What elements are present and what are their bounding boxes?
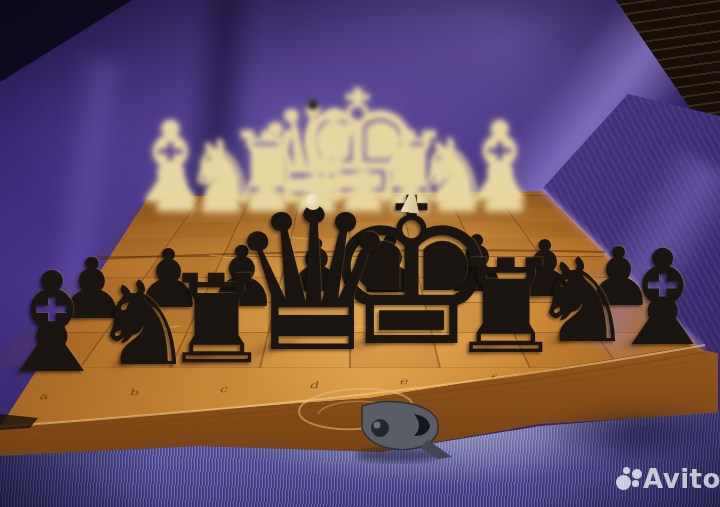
board-square [350, 256, 419, 277]
board-square [201, 278, 281, 303]
chess-piece-white-pawn: ♟ [332, 159, 394, 221]
edge-chip [0, 414, 38, 430]
board-square [295, 208, 350, 222]
board-square [399, 195, 454, 207]
board-square [286, 238, 350, 256]
chess-piece-black-pawn: ♟ [128, 239, 209, 320]
corduroy-cloth [0, 400, 720, 507]
chess-piece-white-pawn: ♟ [145, 159, 207, 221]
board-square [556, 278, 648, 303]
board-square [52, 278, 144, 303]
clasp-scribe-circle [298, 386, 414, 432]
clasp-shadow [356, 448, 440, 462]
board-square [409, 238, 477, 256]
board-square [461, 222, 528, 238]
board-square [454, 208, 516, 222]
board-square [350, 222, 409, 238]
chess-piece-black-pawn: ♟ [438, 225, 516, 303]
chess-piece-white-pawn: ♟ [190, 160, 252, 222]
chess-piece-black-rook: ♜ [441, 242, 571, 372]
board-square [402, 208, 461, 222]
board-square [350, 278, 425, 303]
board-square [291, 222, 350, 238]
board-front-edge [0, 0, 720, 507]
chess-piece-black-bishop: ♝ [597, 232, 720, 364]
board-square [141, 195, 202, 207]
board-square [350, 332, 440, 368]
board-square [213, 256, 287, 277]
chess-piece-black-pawn: ♟ [506, 230, 584, 308]
velvet-fold-highlight [473, 0, 720, 254]
chess-piece-white-pawn: ♟ [379, 160, 441, 222]
chess-piece-black-pawn: ♟ [50, 247, 134, 331]
board-square [541, 256, 625, 277]
board-shadow [545, 405, 720, 463]
board-square [24, 303, 127, 333]
board-square [80, 332, 187, 368]
chess-piece-white-knight: ♞ [408, 127, 497, 216]
board-square [498, 195, 559, 207]
board-square [187, 303, 276, 333]
board-square [350, 238, 414, 256]
velvet-drape-over-board [0, 0, 720, 507]
board-square [419, 278, 499, 303]
board-square [260, 332, 350, 368]
board-square [113, 222, 184, 238]
velvet-fold-shadow [175, 0, 261, 244]
chess-piece-black-pawn: ♟ [578, 237, 659, 318]
board-square [432, 332, 530, 368]
clasp-plate [362, 401, 438, 449]
velvet-backdrop [0, 0, 720, 507]
board-square [516, 222, 587, 238]
chess-piece-black-king: ♚ [310, 172, 513, 375]
board-square [298, 195, 350, 207]
board-square [350, 208, 405, 222]
chess-piece-white-pawn: ♟ [285, 160, 347, 222]
chess-piece-black-pawn: ♟ [280, 229, 353, 302]
board-square [469, 238, 541, 256]
dark-corner-top-left [0, 0, 720, 507]
chess-piece-black-pawn: ♟ [200, 235, 284, 319]
board-square [246, 195, 301, 207]
board-square [506, 208, 571, 222]
file-label-a: a [39, 391, 48, 401]
board-square [405, 222, 468, 238]
chess-piece-white-pawn: ♟ [473, 159, 535, 221]
chess-piece-black-knight: ♞ [85, 266, 201, 382]
board-square [144, 256, 223, 277]
dark-corner-top-right [0, 0, 720, 507]
board-square [513, 332, 620, 368]
clasp-scribe-arc [318, 401, 378, 414]
file-label-f: f [489, 373, 495, 383]
chess-piece-white-queen: ♛ [247, 89, 379, 221]
board-square [239, 208, 298, 222]
white-ball-finial [305, 194, 321, 210]
board-square [105, 303, 201, 333]
front-edge-scribe [0, 358, 708, 441]
avito-watermark: Avito [608, 458, 716, 498]
velvet-fold-highlight [42, 58, 132, 323]
board-square [170, 332, 268, 368]
board-square [194, 195, 252, 207]
white-cone-finial [400, 185, 422, 214]
front-edge-scribe [0, 352, 706, 434]
wood-scratches [150, 236, 370, 330]
chess-piece-white-bishop: ♝ [446, 108, 554, 216]
board-square [350, 303, 432, 333]
board-square [223, 238, 291, 256]
chess-piece-black-pawn: ♟ [351, 226, 429, 304]
board-square [231, 222, 294, 238]
chess-piece-white-pawn: ♟ [426, 159, 488, 221]
file-label-e: e [399, 376, 408, 386]
board-square [350, 195, 402, 207]
board-square [275, 278, 350, 303]
file-label-c: c [219, 384, 228, 394]
chess-board [0, 0, 720, 507]
board-square [172, 222, 239, 238]
hinge-line [95, 250, 605, 259]
chess-piece-white-pawn: ♟ [236, 159, 298, 221]
front-edge-highlight [0, 345, 705, 427]
chess-board-grid [0, 195, 710, 368]
board-square [595, 332, 710, 368]
board-square [126, 278, 212, 303]
chess-piece-white-knight: ♞ [179, 128, 265, 214]
photo-vignette [0, 0, 720, 507]
chess-piece-white-rook: ♜ [220, 119, 317, 216]
clasp-rivet [371, 419, 389, 437]
chess-piece-white-rook: ♜ [360, 119, 457, 216]
chess-piece-white-king: ♚ [282, 71, 433, 222]
velvet-fold-highlight [561, 142, 720, 368]
board-square [414, 256, 488, 277]
file-label-g: g [579, 369, 589, 379]
board-square [448, 195, 506, 207]
board-square [499, 303, 595, 333]
board-square [528, 238, 605, 256]
chess-piece-black-knight: ♞ [524, 243, 640, 359]
board-square [159, 238, 231, 256]
file-label-h: h [669, 365, 679, 375]
board-square [425, 303, 514, 333]
velvet-drape-edge [539, 188, 704, 351]
chess-piece-black-rook: ♜ [156, 259, 278, 381]
chess-piece-white-bishop: ♝ [115, 107, 226, 218]
board-square [477, 256, 556, 277]
file-label-b: b [129, 387, 139, 397]
board-square [574, 303, 677, 333]
black-ball-finial [308, 100, 318, 110]
file-label-d: d [309, 380, 319, 390]
clasp-hook-tail [420, 440, 452, 459]
chess-piece-black-queen: ♛ [215, 182, 412, 379]
avito-watermark-text: Avito [643, 464, 720, 494]
board-square [75, 256, 159, 277]
clasp-rivet-highlight [374, 422, 381, 429]
board-square [96, 238, 173, 256]
chess-piece-black-bishop: ♝ [0, 255, 121, 393]
board-square [268, 303, 350, 333]
board-square [0, 332, 105, 368]
board-square [487, 278, 573, 303]
board-square [184, 208, 246, 222]
board-details [0, 0, 720, 507]
photo-scene: abcdefgh ♚♝♝♞♜♛♜♞♟♟♟♟♟♟♟♟♟♟♟♟♟♟♟♟♞♚♝♛♜♜♞… [0, 0, 720, 507]
board-square [128, 208, 193, 222]
clasp-hook-slot [414, 414, 430, 436]
board-square [281, 256, 350, 277]
